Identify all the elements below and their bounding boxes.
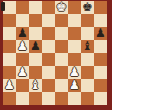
board-grid: ♚♚♟♟♟♟♝♟♟♟♝♟ [3,1,107,105]
square-e6[interactable] [55,27,68,40]
square-h6[interactable]: ♟ [94,27,107,40]
square-c3[interactable] [29,66,42,79]
square-g1[interactable] [81,92,94,105]
square-g6[interactable] [81,27,94,40]
square-a7[interactable] [3,14,16,27]
square-f5[interactable] [68,40,81,53]
square-a3[interactable] [3,66,16,79]
square-e5[interactable] [55,40,68,53]
square-b2[interactable] [16,79,29,92]
white-pawn: ♟ [17,66,28,79]
square-d6[interactable] [42,27,55,40]
square-b7[interactable] [16,14,29,27]
square-e8[interactable]: ♚ [55,1,68,14]
black-king: ♚ [82,1,93,14]
black-pawn: ♟ [95,27,106,40]
square-e7[interactable] [55,14,68,27]
square-d7[interactable] [42,14,55,27]
square-f1[interactable] [68,92,81,105]
white-pawn: ♟ [4,79,15,92]
square-c2[interactable]: ♝ [29,79,42,92]
square-b8[interactable] [16,1,29,14]
square-a2[interactable]: ♟ [3,79,16,92]
square-h8[interactable] [94,1,107,14]
square-e2[interactable] [55,79,68,92]
square-d2[interactable] [42,79,55,92]
square-f7[interactable] [68,14,81,27]
square-b5[interactable]: ♟ [16,40,29,53]
black-bishop: ♝ [82,40,93,53]
square-e4[interactable] [55,53,68,66]
square-b4[interactable] [16,53,29,66]
chess-board: ♚♚♟♟♟♟♝♟♟♟♝♟ [0,0,112,110]
square-g3[interactable] [81,66,94,79]
square-h3[interactable] [94,66,107,79]
square-c5[interactable]: ♟ [29,40,42,53]
square-c1[interactable] [29,92,42,105]
square-f8[interactable] [68,1,81,14]
square-d5[interactable] [42,40,55,53]
square-h1[interactable] [94,92,107,105]
square-b1[interactable] [16,92,29,105]
black-pawn: ♟ [30,40,41,53]
square-d3[interactable] [42,66,55,79]
white-pawn: ♟ [69,79,80,92]
square-c6[interactable] [29,27,42,40]
square-f6[interactable] [68,27,81,40]
square-h2[interactable] [94,79,107,92]
square-h7[interactable] [94,14,107,27]
edge-artifact-mark [1,2,5,11]
white-pawn: ♟ [69,66,80,79]
square-d8[interactable] [42,1,55,14]
square-f2[interactable]: ♟ [68,79,81,92]
square-a6[interactable] [3,27,16,40]
square-b6[interactable]: ♟ [16,27,29,40]
square-g4[interactable] [81,53,94,66]
square-c8[interactable] [29,1,42,14]
square-d4[interactable] [42,53,55,66]
black-pawn: ♟ [17,27,28,40]
square-e3[interactable] [55,66,68,79]
white-bishop: ♝ [30,79,41,92]
square-a1[interactable] [3,92,16,105]
square-h4[interactable] [94,53,107,66]
square-c7[interactable] [29,14,42,27]
square-a4[interactable] [3,53,16,66]
square-g5[interactable]: ♝ [81,40,94,53]
square-f4[interactable] [68,53,81,66]
square-d1[interactable] [42,92,55,105]
square-g8[interactable]: ♚ [81,1,94,14]
screenshot-root: ♚♚♟♟♟♟♝♟♟♟♝♟ [0,0,147,110]
square-e1[interactable] [55,92,68,105]
square-c4[interactable] [29,53,42,66]
square-b3[interactable]: ♟ [16,66,29,79]
square-f3[interactable]: ♟ [68,66,81,79]
square-h5[interactable] [94,40,107,53]
square-g2[interactable] [81,79,94,92]
square-a5[interactable] [3,40,16,53]
square-g7[interactable] [81,14,94,27]
white-king: ♚ [56,1,67,14]
white-pawn: ♟ [17,40,28,53]
